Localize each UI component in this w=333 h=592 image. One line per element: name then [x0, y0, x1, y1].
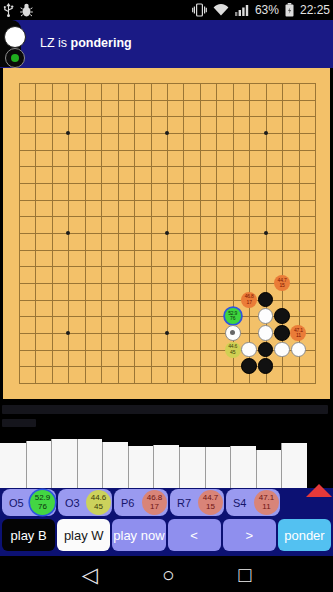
- dim-text-row: [2, 419, 36, 427]
- candidate-button-r7[interactable]: R7 44.715: [170, 489, 224, 516]
- last-move-marker: [230, 330, 235, 335]
- winrate-bar[interactable]: [128, 446, 154, 488]
- play-black-button[interactable]: play B: [2, 519, 55, 551]
- candidate-button-o5[interactable]: O5 52.976: [2, 489, 56, 516]
- android-navbar: ◁ ○ □: [0, 556, 333, 592]
- battery-icon: [285, 3, 294, 17]
- vibrate-icon: [192, 3, 207, 17]
- usb-icon: [3, 3, 14, 18]
- recents-button[interactable]: □: [239, 564, 252, 585]
- go-board[interactable]: 52.97644.64546.81744.71547.111: [3, 68, 330, 399]
- winrate-badge: 46.817: [142, 490, 167, 515]
- winrate-bar[interactable]: [102, 442, 128, 488]
- winrate-bar[interactable]: [230, 446, 256, 488]
- stone-black-q3: [258, 342, 274, 358]
- winrate-bar[interactable]: [281, 443, 307, 488]
- candidate-o5[interactable]: 52.976: [225, 308, 241, 324]
- candidate-o3[interactable]: 44.645: [225, 342, 241, 358]
- candidate-r7[interactable]: 44.715: [274, 275, 290, 291]
- play-white-button[interactable]: play W: [57, 519, 110, 551]
- winrate-graph[interactable]: [0, 440, 333, 488]
- control-panel: O5 52.976 O3 44.645 P6 46.817 R7: [0, 488, 333, 556]
- stone-white-q5: [258, 308, 274, 324]
- info-strip: [0, 399, 333, 440]
- stone-white-p3: [241, 342, 257, 358]
- candidate-row: O5 52.976 O3 44.645 P6 46.817 R7: [2, 489, 280, 516]
- play-now-button[interactable]: play now: [112, 519, 165, 551]
- stone-white-q4: [258, 325, 274, 341]
- prev-move-button[interactable]: <: [168, 519, 221, 551]
- stone-white-s3: [291, 342, 307, 358]
- active-turn-dot: [11, 54, 19, 62]
- white-player-stone: [4, 26, 26, 48]
- winrate-bar[interactable]: [51, 439, 77, 488]
- winrate-badge: 44.715: [198, 490, 223, 515]
- stone-black-q2: [258, 358, 274, 374]
- winrate-bar[interactable]: [205, 447, 231, 488]
- screen: 63% 22:25 LZ is pondering 52.97644.64546…: [0, 0, 333, 592]
- battery-percent: 63%: [255, 3, 279, 17]
- wifi-icon: [213, 4, 229, 16]
- debug-icon: [20, 3, 33, 17]
- ponder-button[interactable]: ponder: [278, 519, 331, 551]
- signal-icon: [235, 4, 249, 16]
- stone-black-q6: [258, 292, 274, 308]
- app-header: LZ is pondering: [0, 20, 333, 68]
- candidate-button-s4[interactable]: S4 47.111: [226, 489, 280, 516]
- winrate-bar[interactable]: [256, 450, 282, 488]
- play-row: play B play W play now < > ponder: [2, 519, 331, 551]
- status-text: LZ is pondering: [40, 36, 132, 50]
- winrate-badge: 52.976: [30, 490, 55, 515]
- goban-grid[interactable]: 52.97644.64546.81744.71547.111: [11, 75, 323, 392]
- winrate-bar[interactable]: [153, 445, 179, 488]
- candidate-button-o3[interactable]: O3 44.645: [58, 489, 112, 516]
- status-bar: 63% 22:25: [0, 0, 333, 20]
- winrate-badge: 47.111: [254, 490, 279, 515]
- winrate-bar[interactable]: [0, 443, 26, 488]
- stone-black-p2: [241, 358, 257, 374]
- clock: 22:25: [300, 3, 330, 17]
- stone-white-r3: [274, 342, 290, 358]
- candidate-p6[interactable]: 46.817: [241, 292, 257, 308]
- winrate-bar[interactable]: [26, 441, 52, 488]
- dim-text-row: [2, 405, 328, 414]
- back-button[interactable]: ◁: [82, 564, 98, 585]
- black-player-stone: [5, 48, 25, 68]
- winrate-badge: 44.645: [86, 490, 111, 515]
- winrate-bar[interactable]: [179, 447, 205, 488]
- winrate-bar[interactable]: [77, 439, 103, 488]
- board-section: 52.97644.64546.81744.71547.111: [0, 68, 333, 399]
- position-marker-triangle: [306, 484, 332, 497]
- candidate-button-p6[interactable]: P6 46.817: [114, 489, 168, 516]
- next-move-button[interactable]: >: [223, 519, 276, 551]
- stone-white-o4: [225, 325, 241, 341]
- home-button[interactable]: ○: [162, 564, 175, 585]
- candidate-s4[interactable]: 47.111: [290, 325, 306, 341]
- stone-black-r4: [274, 325, 290, 341]
- stone-black-r5: [274, 308, 290, 324]
